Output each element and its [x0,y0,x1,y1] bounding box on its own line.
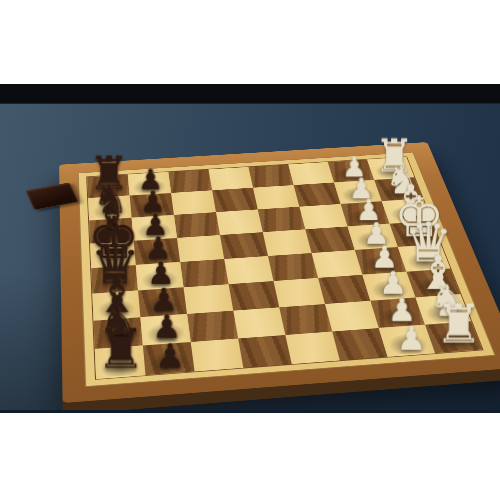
dark-box-object [25,182,78,210]
square [253,185,299,209]
square [233,307,285,338]
square [171,190,216,215]
square [187,311,238,342]
square [258,207,306,232]
square [318,275,370,304]
square [279,304,332,335]
square [180,259,228,287]
square [263,229,312,256]
square [224,256,273,284]
square [312,250,363,278]
square: ♟ [379,325,435,357]
light-pawn: ♟ [397,322,427,355]
square [268,253,318,281]
square [294,182,341,206]
square [285,332,340,365]
square [212,188,258,212]
dark-pawn: ♟ [155,340,185,373]
square [177,235,224,262]
square [299,204,347,229]
square [248,164,293,187]
dark-rook: ♜ [96,322,145,377]
square [305,226,355,253]
board-grid: ♜♟♟♜♞♟♟♞♝♟♟♝♚♟♟♚♛♟♟♛♝♟♟♝♞♟♟♞♜♟♟♜ [86,157,483,380]
top-white-strip [0,0,500,84]
square [191,338,244,371]
chessboard: ♜♟♟♜♞♟♟♞♝♟♟♝♚♟♟♚♛♟♟♛♝♟♟♝♞♟♟♞♜♟♟♜ [59,142,500,403]
square [220,232,268,259]
square [216,209,263,235]
bottom-white-strip [0,413,500,500]
square [325,301,379,332]
square [168,169,212,193]
square [229,281,280,311]
square [183,284,233,314]
light-rook: ♜ [435,298,483,352]
square [288,162,334,185]
chessboard-3d-wrap: ♜♟♟♜♞♟♟♞♝♟♟♝♚♟♟♚♛♟♟♛♝♟♟♝♞♟♟♞♜♟♟♜ [59,142,500,403]
photo-scene: ♜♟♟♜♞♟♟♞♝♟♟♝♚♟♟♚♛♟♟♛♝♟♟♝♞♟♟♞♜♟♟♜ [0,0,500,500]
square [238,335,292,368]
chess-set-photo: ♜♟♟♜♞♟♟♞♝♟♟♝♚♟♟♚♛♟♟♛♝♟♟♝♞♟♟♞♜♟♟♜ [0,84,500,413]
square: ♜ [95,346,146,379]
square [208,167,253,190]
board-inner-margin: ♜♟♟♜♞♟♟♞♝♟♟♝♚♟♟♚♛♟♟♛♝♟♟♝♞♟♟♞♜♟♟♜ [78,152,496,387]
square [273,278,324,307]
square: ♟ [143,342,195,375]
square: ♜ [425,321,482,353]
square [174,212,220,238]
table-edge-shadow [0,84,500,104]
